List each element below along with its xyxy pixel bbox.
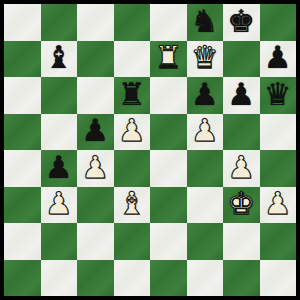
white-rook[interactable]: ♜: [154, 42, 182, 73]
square-a1[interactable]: [4, 260, 41, 297]
square-b7[interactable]: ♝: [41, 41, 78, 78]
white-king[interactable]: ♚: [227, 188, 255, 219]
square-e3[interactable]: [150, 187, 187, 224]
square-e6[interactable]: [150, 77, 187, 114]
square-e4[interactable]: [150, 150, 187, 187]
square-c5[interactable]: ♟: [77, 114, 114, 151]
white-queen[interactable]: ♛: [191, 42, 219, 73]
chess-board-frame: ♞♚♝♜♛♟♜♟♟♛♟♟♟♟♟♟♟♝♚♟: [0, 0, 300, 300]
black-bishop[interactable]: ♝: [45, 42, 73, 73]
black-pawn[interactable]: ♟: [45, 152, 73, 183]
square-h6[interactable]: ♛: [260, 77, 297, 114]
white-pawn[interactable]: ♟: [191, 115, 219, 146]
black-pawn[interactable]: ♟: [227, 79, 255, 110]
square-c3[interactable]: [77, 187, 114, 224]
square-a4[interactable]: [4, 150, 41, 187]
square-c7[interactable]: [77, 41, 114, 78]
square-a8[interactable]: [4, 4, 41, 41]
square-g2[interactable]: [223, 223, 260, 260]
square-h1[interactable]: [260, 260, 297, 297]
square-h2[interactable]: [260, 223, 297, 260]
square-h4[interactable]: [260, 150, 297, 187]
square-h3[interactable]: ♟: [260, 187, 297, 224]
square-d4[interactable]: [114, 150, 151, 187]
chess-board: ♞♚♝♜♛♟♜♟♟♛♟♟♟♟♟♟♟♝♚♟: [4, 4, 296, 296]
square-e7[interactable]: ♜: [150, 41, 187, 78]
square-g5[interactable]: [223, 114, 260, 151]
square-f3[interactable]: [187, 187, 224, 224]
square-f4[interactable]: [187, 150, 224, 187]
square-e8[interactable]: [150, 4, 187, 41]
black-pawn[interactable]: ♟: [81, 115, 109, 146]
square-g3[interactable]: ♚: [223, 187, 260, 224]
square-d8[interactable]: [114, 4, 151, 41]
square-f8[interactable]: ♞: [187, 4, 224, 41]
square-g6[interactable]: ♟: [223, 77, 260, 114]
white-pawn[interactable]: ♟: [118, 115, 146, 146]
square-g1[interactable]: [223, 260, 260, 297]
black-queen[interactable]: ♛: [264, 79, 292, 110]
black-pawn[interactable]: ♟: [191, 79, 219, 110]
white-bishop[interactable]: ♝: [118, 188, 146, 219]
black-king[interactable]: ♚: [227, 6, 255, 37]
square-d2[interactable]: [114, 223, 151, 260]
square-f5[interactable]: ♟: [187, 114, 224, 151]
square-f6[interactable]: ♟: [187, 77, 224, 114]
black-pawn[interactable]: ♟: [264, 42, 292, 73]
square-f2[interactable]: [187, 223, 224, 260]
square-g7[interactable]: [223, 41, 260, 78]
square-d3[interactable]: ♝: [114, 187, 151, 224]
square-h7[interactable]: ♟: [260, 41, 297, 78]
black-rook[interactable]: ♜: [118, 79, 146, 110]
white-pawn[interactable]: ♟: [264, 188, 292, 219]
white-pawn[interactable]: ♟: [45, 188, 73, 219]
square-a2[interactable]: [4, 223, 41, 260]
square-c4[interactable]: ♟: [77, 150, 114, 187]
square-e1[interactable]: [150, 260, 187, 297]
square-d7[interactable]: [114, 41, 151, 78]
square-a3[interactable]: [4, 187, 41, 224]
square-c1[interactable]: [77, 260, 114, 297]
square-b8[interactable]: [41, 4, 78, 41]
white-pawn[interactable]: ♟: [81, 152, 109, 183]
square-c8[interactable]: [77, 4, 114, 41]
square-g4[interactable]: ♟: [223, 150, 260, 187]
square-h5[interactable]: [260, 114, 297, 151]
square-c6[interactable]: [77, 77, 114, 114]
white-pawn[interactable]: ♟: [227, 152, 255, 183]
square-g8[interactable]: ♚: [223, 4, 260, 41]
square-d5[interactable]: ♟: [114, 114, 151, 151]
square-b1[interactable]: [41, 260, 78, 297]
square-b4[interactable]: ♟: [41, 150, 78, 187]
black-knight[interactable]: ♞: [191, 6, 219, 37]
square-h8[interactable]: [260, 4, 297, 41]
square-d6[interactable]: ♜: [114, 77, 151, 114]
square-e2[interactable]: [150, 223, 187, 260]
square-f7[interactable]: ♛: [187, 41, 224, 78]
square-b6[interactable]: [41, 77, 78, 114]
square-c2[interactable]: [77, 223, 114, 260]
square-e5[interactable]: [150, 114, 187, 151]
square-a7[interactable]: [4, 41, 41, 78]
square-a6[interactable]: [4, 77, 41, 114]
square-f1[interactable]: [187, 260, 224, 297]
square-a5[interactable]: [4, 114, 41, 151]
square-b5[interactable]: [41, 114, 78, 151]
square-d1[interactable]: [114, 260, 151, 297]
square-b2[interactable]: [41, 223, 78, 260]
square-b3[interactable]: ♟: [41, 187, 78, 224]
